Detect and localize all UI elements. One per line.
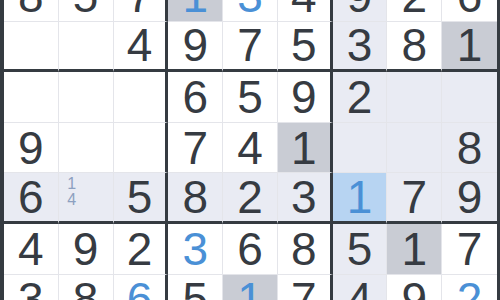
given-digit: 3 [291,174,317,220]
cell-r2c2[interactable]: 5 [59,0,114,22]
cell-r2c9[interactable]: 6 [442,0,497,22]
given-digit: 4 [18,226,44,272]
given-digit: 9 [402,276,428,300]
cell-r4c8[interactable] [387,72,442,123]
cell-r4c5[interactable]: 5 [223,72,278,123]
user-digit: 1 [237,276,263,300]
cell-r8c8[interactable]: 9 [387,275,442,300]
user-digit: 1 [347,174,373,220]
given-digit: 6 [237,226,263,272]
given-digit: 9 [291,74,317,120]
cell-r2c7[interactable]: 9 [333,0,388,22]
given-digit: 4 [347,276,373,300]
sudoku-board: 8571349264975381659297418614582317949236… [0,0,500,300]
given-digit: 5 [127,174,153,220]
cell-r5c5[interactable]: 4 [223,123,278,174]
cell-r5c1[interactable]: 9 [4,123,59,174]
cell-r6c2[interactable]: 14 [59,173,114,224]
cell-r6c6[interactable]: 3 [278,173,333,224]
given-digit: 3 [347,22,373,68]
cell-r7c4[interactable]: 3 [168,224,223,275]
given-digit: 6 [182,74,208,120]
given-digit: 1 [402,226,428,272]
given-digit: 9 [457,174,483,220]
cell-r3c4[interactable]: 9 [168,22,223,73]
cell-r3c9[interactable]: 1 [442,22,497,73]
cell-r2c3[interactable]: 7 [114,0,169,22]
user-digit: 2 [457,276,483,300]
cell-r7c7[interactable]: 5 [333,224,388,275]
cell-r8c5[interactable]: 1 [223,275,278,300]
cell-r7c6[interactable]: 8 [278,224,333,275]
cell-r2c4[interactable]: 1 [168,0,223,22]
given-digit: 5 [182,276,208,300]
cell-r2c8[interactable]: 2 [387,0,442,22]
given-digit: 7 [237,22,263,68]
cell-r4c9[interactable] [442,72,497,123]
cell-r3c7[interactable]: 3 [333,22,388,73]
given-digit: 5 [291,22,317,68]
given-digit: 4 [127,22,153,68]
given-digit: 9 [182,22,208,68]
pencil-notes: 14 [59,173,113,221]
given-digit: 6 [18,174,44,220]
given-digit: 8 [73,276,99,300]
cell-r7c1[interactable]: 4 [4,224,59,275]
cell-r2c1[interactable]: 8 [4,0,59,22]
cell-r6c5[interactable]: 2 [223,173,278,224]
cell-r8c6[interactable]: 7 [278,275,333,300]
cell-r8c7[interactable]: 4 [333,275,388,300]
cell-r5c7[interactable] [333,123,388,174]
cell-r7c2[interactable]: 9 [59,224,114,275]
cell-r4c2[interactable] [59,72,114,123]
cell-r7c5[interactable]: 6 [223,224,278,275]
cell-r8c3[interactable]: 6 [114,275,169,300]
given-digit: 9 [347,0,373,19]
note-4: 4 [65,192,79,208]
note-1: 1 [65,176,79,192]
cell-r6c4[interactable]: 8 [168,173,223,224]
cell-r3c2[interactable] [59,22,114,73]
cell-r3c6[interactable]: 5 [278,22,333,73]
cell-r3c5[interactable]: 7 [223,22,278,73]
cell-r2c5[interactable]: 3 [223,0,278,22]
cell-r4c6[interactable]: 9 [278,72,333,123]
user-digit: 3 [237,0,263,19]
cell-r8c4[interactable]: 5 [168,275,223,300]
given-digit: 8 [18,0,44,19]
cell-r4c4[interactable]: 6 [168,72,223,123]
cell-r3c8[interactable]: 8 [387,22,442,73]
given-digit: 2 [402,0,428,19]
cell-r6c9[interactable]: 9 [442,173,497,224]
cell-r7c8[interactable]: 1 [387,224,442,275]
cell-r8c9[interactable]: 2 [442,275,497,300]
given-digit: 1 [291,125,317,171]
given-digit: 2 [237,174,263,220]
cell-r8c2[interactable]: 8 [59,275,114,300]
given-digit: 7 [402,174,428,220]
cell-r7c9[interactable]: 7 [442,224,497,275]
given-digit: 4 [291,0,317,19]
cell-r4c3[interactable] [114,72,169,123]
given-digit: 7 [182,125,208,171]
cell-r6c7[interactable]: 1 [333,173,388,224]
cell-r6c8[interactable]: 7 [387,173,442,224]
cell-r3c1[interactable] [4,22,59,73]
given-digit: 6 [457,0,483,19]
given-digit: 7 [127,0,153,19]
given-digit: 2 [347,74,373,120]
cell-r6c1[interactable]: 6 [4,173,59,224]
given-digit: 8 [291,226,317,272]
cell-r8c1[interactable]: 3 [4,275,59,300]
cell-r5c8[interactable] [387,123,442,174]
user-digit: 6 [127,276,153,300]
cell-r5c3[interactable] [114,123,169,174]
cell-r3c3[interactable]: 4 [114,22,169,73]
given-digit: 8 [402,22,428,68]
given-digit: 3 [18,276,44,300]
given-digit: 7 [457,226,483,272]
cell-r4c7[interactable]: 2 [333,72,388,123]
cell-r7c3[interactable]: 2 [114,224,169,275]
given-digit: 1 [457,22,483,68]
cell-r5c9[interactable]: 8 [442,123,497,174]
given-digit: 5 [237,74,263,120]
cell-r2c6[interactable]: 4 [278,0,333,22]
given-digit: 5 [347,226,373,272]
user-digit: 3 [182,226,208,272]
given-digit: 8 [182,174,208,220]
given-digit: 7 [291,276,317,300]
user-digit: 1 [182,0,208,19]
given-digit: 9 [18,125,44,171]
given-digit: 4 [237,125,263,171]
cell-r5c2[interactable] [59,123,114,174]
cell-r4c1[interactable] [4,72,59,123]
cell-r6c3[interactable]: 5 [114,173,169,224]
given-digit: 8 [457,125,483,171]
given-digit: 9 [73,226,99,272]
sudoku-app-viewport: 8571349264975381659297418614582317949236… [0,0,500,300]
given-digit: 5 [73,0,99,19]
cell-r5c6[interactable]: 1 [278,123,333,174]
cell-r5c4[interactable]: 7 [168,123,223,174]
given-digit: 2 [127,226,153,272]
